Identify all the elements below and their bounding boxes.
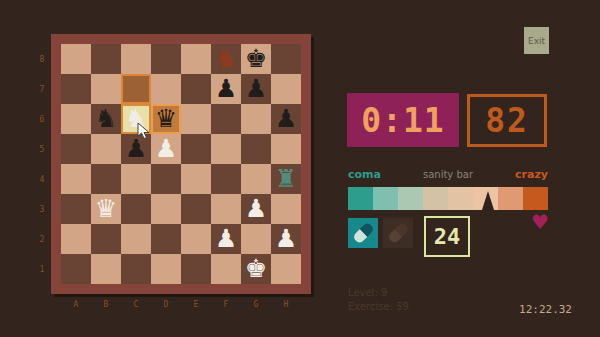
square-c2[interactable] [121,224,151,254]
square-d2[interactable] [151,224,181,254]
rank-label-5: 5 [36,135,48,165]
square-d7[interactable] [151,74,181,104]
square-c7[interactable] [121,74,151,104]
square-b3[interactable]: ♛ [91,194,121,224]
square-d5[interactable]: ♟ [151,134,181,164]
heart-icon: ♥ [531,212,549,232]
file-label-g: G [241,300,271,309]
square-e3[interactable] [181,194,211,224]
file-labels: ABCDEFGH [61,300,301,309]
file-label-b: B [91,300,121,309]
square-f4[interactable] [211,164,241,194]
square-f2[interactable]: ♟ [211,224,241,254]
square-b4[interactable] [91,164,121,194]
square-h7[interactable] [271,74,301,104]
square-f5[interactable] [211,134,241,164]
sanity-segment-1 [348,187,373,210]
square-d8[interactable] [151,44,181,74]
file-label-a: A [61,300,91,309]
chess-board: ♞♚♟♟♞♞♛♟♟♟♜♛♟♟♟♚ [51,34,311,294]
exercise-label: Exercise: 59 [348,301,409,312]
square-f6[interactable] [211,104,241,134]
square-a2[interactable] [61,224,91,254]
file-label-c: C [121,300,151,309]
piece-red-knight: ♞ [215,44,237,74]
sanity-segment-4 [423,187,448,210]
square-h1[interactable] [271,254,301,284]
square-h8[interactable] [271,44,301,74]
square-b7[interactable] [91,74,121,104]
square-e6[interactable] [181,104,211,134]
square-d6[interactable]: ♛ [151,104,181,134]
square-h3[interactable] [271,194,301,224]
square-e1[interactable] [181,254,211,284]
sanity-bar-label: sanity bar [423,169,473,180]
square-a8[interactable] [61,44,91,74]
sanity-segment-8 [523,187,548,210]
square-b6[interactable]: ♞ [91,104,121,134]
square-a7[interactable] [61,74,91,104]
file-label-d: D [151,300,181,309]
piece-white-pawn: ♟ [215,224,237,254]
square-f7[interactable]: ♟ [211,74,241,104]
board-grid: ♞♚♟♟♞♞♛♟♟♟♜♛♟♟♟♚ [61,44,301,284]
pill-slot-active[interactable] [348,218,378,248]
piece-black-queen: ♛ [155,104,177,134]
square-e2[interactable] [181,224,211,254]
square-c3[interactable] [121,194,151,224]
square-e8[interactable] [181,44,211,74]
square-g2[interactable] [241,224,271,254]
piece-black-pawn: ♟ [275,104,297,134]
piece-black-king: ♚ [245,44,267,74]
file-label-h: H [271,300,301,309]
piece-white-king: ♚ [245,254,267,284]
sanity-segment-3 [398,187,423,210]
piece-white-pawn: ♟ [245,194,267,224]
square-g6[interactable] [241,104,271,134]
exit-button[interactable]: Exit [524,27,549,54]
rank-label-1: 1 [36,255,48,285]
piece-white-pawn: ♟ [155,134,177,164]
square-c8[interactable] [121,44,151,74]
square-h6[interactable]: ♟ [271,104,301,134]
square-b2[interactable] [91,224,121,254]
score-display: 82 [467,94,547,147]
piece-teal-rook: ♜ [275,164,297,194]
square-c4[interactable] [121,164,151,194]
square-h4[interactable]: ♜ [271,164,301,194]
rank-label-6: 6 [36,105,48,135]
square-g1[interactable]: ♚ [241,254,271,284]
coma-label: coma [348,168,381,181]
square-a1[interactable] [61,254,91,284]
pill-count: 24 [424,216,470,257]
square-a5[interactable] [61,134,91,164]
square-e4[interactable] [181,164,211,194]
rank-label-3: 3 [36,195,48,225]
square-a3[interactable] [61,194,91,224]
piece-black-pawn: ♟ [245,74,267,104]
rank-labels: 87654321 [36,45,48,285]
pill-slot-empty [383,218,413,248]
sanity-bar [348,187,548,210]
sanity-needle [482,191,494,210]
rank-label-8: 8 [36,45,48,75]
square-f1[interactable] [211,254,241,284]
square-b8[interactable] [91,44,121,74]
square-d1[interactable] [151,254,181,284]
square-d4[interactable] [151,164,181,194]
file-label-e: E [181,300,211,309]
sanity-bar-labels: coma sanity bar crazy [348,168,548,181]
pill-icon [351,221,374,244]
rank-label-7: 7 [36,75,48,105]
crazy-label: crazy [515,168,548,181]
square-b5[interactable] [91,134,121,164]
rank-label-2: 2 [36,225,48,255]
square-g4[interactable] [241,164,271,194]
clock-label: 12:22.32 [500,303,572,316]
square-a6[interactable] [61,104,91,134]
pill-ghost-icon [386,221,409,244]
square-h2[interactable]: ♟ [271,224,301,254]
file-label-f: F [211,300,241,309]
square-a4[interactable] [61,164,91,194]
timer-display: 0:11 [347,93,459,147]
square-d3[interactable] [151,194,181,224]
sanity-segment-2 [373,187,398,210]
mouse-cursor-icon [137,122,151,140]
square-g8[interactable]: ♚ [241,44,271,74]
piece-black-pawn: ♟ [215,74,237,104]
piece-white-queen: ♛ [95,194,117,224]
piece-white-pawn: ♟ [275,224,297,254]
square-f8[interactable]: ♞ [211,44,241,74]
square-g7[interactable]: ♟ [241,74,271,104]
square-c1[interactable] [121,254,151,284]
level-label: Level: 9 [348,287,387,298]
sanity-segment-7 [498,187,523,210]
square-e7[interactable] [181,74,211,104]
square-b1[interactable] [91,254,121,284]
rank-label-4: 4 [36,165,48,195]
square-e5[interactable] [181,134,211,164]
piece-black-knight: ♞ [95,104,117,134]
sanity-segment-5 [448,187,473,210]
square-g5[interactable] [241,134,271,164]
square-h5[interactable] [271,134,301,164]
square-f3[interactable] [211,194,241,224]
square-g3[interactable]: ♟ [241,194,271,224]
